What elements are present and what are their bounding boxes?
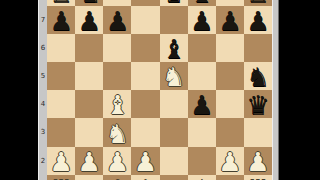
- rank-label-4: 4: [38, 101, 48, 108]
- piece-white-bishop-c4[interactable]: ♝: [106, 91, 129, 119]
- rank-label-5: 5: [38, 73, 48, 80]
- square-h5[interactable]: ♞: [244, 62, 272, 90]
- square-b3[interactable]: [75, 118, 103, 146]
- square-b5[interactable]: [75, 62, 103, 90]
- square-c1[interactable]: ♝: [103, 175, 131, 180]
- square-g6[interactable]: [216, 34, 244, 62]
- square-h7[interactable]: ♟: [244, 6, 272, 34]
- square-b1[interactable]: [75, 175, 103, 180]
- piece-white-pawn-h2[interactable]: ♟: [246, 148, 269, 176]
- square-e6[interactable]: ♝: [160, 34, 188, 62]
- right-gutter: [272, 0, 279, 180]
- square-g1[interactable]: [216, 175, 244, 180]
- square-g7[interactable]: ♟: [216, 6, 244, 34]
- square-h6[interactable]: [244, 34, 272, 62]
- square-e5[interactable]: ♞: [160, 62, 188, 90]
- piece-white-knight-c3[interactable]: ♞: [106, 120, 129, 148]
- square-h1[interactable]: ♜: [244, 175, 272, 180]
- chess-board[interactable]: ♜♞♚♝♜♟♟♟♟♟♟♝♞♞♝♟♛♞♟♟♟♟♟♟♜♝♛♚♜: [47, 0, 272, 180]
- piece-black-pawn-c7[interactable]: ♟: [106, 7, 129, 35]
- square-d1[interactable]: ♛: [131, 175, 159, 180]
- square-a1[interactable]: ♜: [47, 175, 75, 180]
- piece-white-rook-a1[interactable]: ♜: [49, 176, 72, 180]
- piece-white-king-f1[interactable]: ♚: [190, 176, 213, 180]
- app-background: { "game": "chess", "position": { "fen": …: [0, 0, 320, 180]
- piece-white-pawn-b2[interactable]: ♟: [78, 148, 101, 176]
- square-c4[interactable]: ♝: [103, 90, 131, 118]
- square-a3[interactable]: [47, 118, 75, 146]
- square-e3[interactable]: [160, 118, 188, 146]
- piece-white-pawn-c2[interactable]: ♟: [106, 148, 129, 176]
- rank-label-3: 3: [38, 129, 48, 136]
- piece-black-queen-h4[interactable]: ♛: [246, 91, 269, 119]
- square-b7[interactable]: ♟: [75, 6, 103, 34]
- square-e7[interactable]: [160, 6, 188, 34]
- piece-white-pawn-a2[interactable]: ♟: [49, 148, 72, 176]
- piece-black-pawn-a7[interactable]: ♟: [49, 7, 72, 35]
- square-g4[interactable]: [216, 90, 244, 118]
- piece-white-bishop-c1[interactable]: ♝: [106, 176, 129, 180]
- square-b6[interactable]: [75, 34, 103, 62]
- square-d3[interactable]: [131, 118, 159, 146]
- square-h2[interactable]: ♟: [244, 147, 272, 175]
- square-f4[interactable]: ♟: [188, 90, 216, 118]
- square-f3[interactable]: [188, 118, 216, 146]
- square-a5[interactable]: [47, 62, 75, 90]
- square-f6[interactable]: [188, 34, 216, 62]
- piece-white-rook-h1[interactable]: ♜: [246, 176, 269, 180]
- square-c5[interactable]: [103, 62, 131, 90]
- square-e2[interactable]: [160, 147, 188, 175]
- square-f5[interactable]: [188, 62, 216, 90]
- piece-white-knight-e5[interactable]: ♞: [162, 63, 185, 91]
- piece-white-queen-d1[interactable]: ♛: [134, 176, 157, 180]
- square-h3[interactable]: [244, 118, 272, 146]
- square-b4[interactable]: [75, 90, 103, 118]
- square-c7[interactable]: ♟: [103, 6, 131, 34]
- square-a4[interactable]: [47, 90, 75, 118]
- piece-black-pawn-g7[interactable]: ♟: [218, 7, 241, 35]
- square-h4[interactable]: ♛: [244, 90, 272, 118]
- piece-black-knight-h5[interactable]: ♞: [246, 63, 269, 91]
- square-a7[interactable]: ♟: [47, 6, 75, 34]
- square-e1[interactable]: [160, 175, 188, 180]
- square-d5[interactable]: [131, 62, 159, 90]
- rank-label-2: 2: [38, 157, 48, 164]
- square-c2[interactable]: ♟: [103, 147, 131, 175]
- piece-black-pawn-f7[interactable]: ♟: [190, 7, 213, 35]
- square-f7[interactable]: ♟: [188, 6, 216, 34]
- square-d4[interactable]: [131, 90, 159, 118]
- square-g2[interactable]: ♟: [216, 147, 244, 175]
- square-f1[interactable]: ♚: [188, 175, 216, 180]
- piece-black-pawn-b7[interactable]: ♟: [78, 7, 101, 35]
- square-d7[interactable]: [131, 6, 159, 34]
- square-a2[interactable]: ♟: [47, 147, 75, 175]
- piece-black-pawn-f4[interactable]: ♟: [190, 91, 213, 119]
- square-c3[interactable]: ♞: [103, 118, 131, 146]
- piece-black-pawn-h7[interactable]: ♟: [246, 7, 269, 35]
- square-g3[interactable]: [216, 118, 244, 146]
- square-f2[interactable]: [188, 147, 216, 175]
- piece-white-pawn-g2[interactable]: ♟: [218, 148, 241, 176]
- rank-label-6: 6: [38, 45, 48, 52]
- square-g5[interactable]: [216, 62, 244, 90]
- piece-black-bishop-e6[interactable]: ♝: [162, 35, 185, 63]
- square-a6[interactable]: [47, 34, 75, 62]
- rank-label-7: 7: [38, 16, 48, 23]
- square-d2[interactable]: ♟: [131, 147, 159, 175]
- square-c6[interactable]: [103, 34, 131, 62]
- square-b2[interactable]: ♟: [75, 147, 103, 175]
- piece-white-pawn-d2[interactable]: ♟: [134, 148, 157, 176]
- square-d6[interactable]: [131, 34, 159, 62]
- square-e4[interactable]: [160, 90, 188, 118]
